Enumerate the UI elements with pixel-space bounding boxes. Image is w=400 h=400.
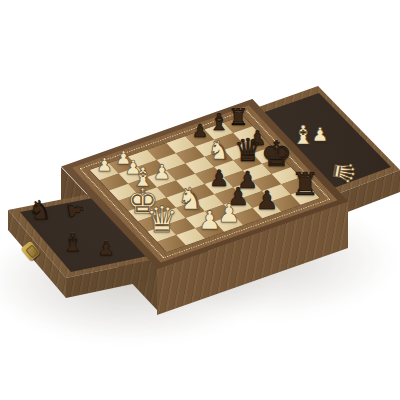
piece-white-p-c1[interactable]: ♟ — [198, 208, 221, 234]
piece-white-p-c6[interactable]: ♟ — [153, 161, 171, 181]
piece-black-r-h8[interactable]: ♜ — [228, 105, 248, 128]
piece-black-p-e4[interactable]: ♟ — [209, 166, 229, 188]
captured-black-knight-left[interactable]: ♞ — [28, 197, 51, 223]
piece-white-q-a2[interactable]: ♛ — [146, 202, 178, 238]
captured-black-pawn-left[interactable]: ♟ — [65, 199, 88, 220]
captured-black-pawn-left[interactable]: ♟ — [97, 239, 114, 258]
captured-white-bishop-right[interactable]: ♝ — [291, 122, 314, 148]
captured-black-bishop-left[interactable]: ♝ — [62, 230, 84, 255]
piece-black-r-h1[interactable]: ♜ — [291, 169, 319, 201]
chess-set-product-photo: ♟♟♟♝♜♟♝♟♞♟♛♚♟♚♞♟♛♟♟♟♟♜♞♟♝♟♝♟♛ — [0, 0, 400, 400]
piece-black-k-h4[interactable]: ♚ — [261, 135, 292, 170]
piece-black-p-f1[interactable]: ♟ — [256, 188, 279, 214]
piece-white-p-a8[interactable]: ♟ — [96, 156, 112, 174]
piece-black-q-g5[interactable]: ♛ — [234, 135, 262, 167]
piece-black-p-f8[interactable]: ♟ — [192, 122, 208, 140]
captured-white-queen-right[interactable]: ♛ — [327, 157, 359, 187]
piece-black-b-g8[interactable]: ♝ — [208, 111, 229, 134]
piece-white-n-f6[interactable]: ♞ — [207, 136, 230, 162]
